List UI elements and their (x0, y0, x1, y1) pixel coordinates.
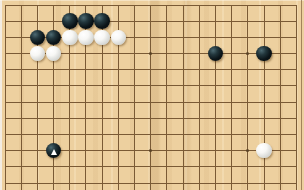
intersection[interactable] (78, 159, 94, 175)
intersection[interactable] (94, 110, 110, 126)
intersection[interactable] (45, 143, 61, 159)
intersection[interactable] (78, 45, 94, 61)
intersection[interactable] (175, 94, 191, 110)
intersection[interactable] (29, 175, 45, 190)
intersection[interactable] (288, 159, 304, 175)
intersection[interactable] (45, 175, 61, 190)
intersection[interactable] (175, 175, 191, 190)
intersection[interactable] (13, 78, 29, 94)
intersection[interactable] (224, 94, 240, 110)
intersection[interactable] (175, 143, 191, 159)
intersection[interactable] (110, 78, 126, 94)
intersection[interactable] (94, 29, 110, 45)
intersection[interactable] (256, 0, 272, 13)
intersection[interactable] (207, 45, 223, 61)
intersection[interactable] (191, 13, 207, 29)
intersection[interactable] (256, 110, 272, 126)
intersection[interactable] (159, 13, 175, 29)
intersection[interactable] (62, 45, 78, 61)
intersection[interactable] (110, 45, 126, 61)
intersection[interactable] (126, 159, 142, 175)
intersection[interactable] (175, 126, 191, 142)
intersection[interactable] (62, 110, 78, 126)
intersection[interactable] (29, 143, 45, 159)
white-stone (111, 30, 127, 46)
intersection[interactable] (207, 62, 223, 78)
intersection[interactable] (159, 126, 175, 142)
intersection[interactable] (191, 45, 207, 61)
intersection[interactable] (288, 143, 304, 159)
intersection[interactable] (175, 62, 191, 78)
intersection[interactable] (272, 0, 288, 13)
intersection[interactable] (191, 0, 207, 13)
intersection[interactable] (240, 94, 256, 110)
intersection[interactable] (126, 126, 142, 142)
intersection[interactable] (272, 143, 288, 159)
intersection[interactable] (240, 29, 256, 45)
intersection[interactable] (29, 78, 45, 94)
intersection[interactable] (13, 13, 29, 29)
intersection[interactable] (288, 29, 304, 45)
intersection[interactable] (272, 94, 288, 110)
intersection[interactable] (207, 78, 223, 94)
intersection[interactable] (143, 13, 159, 29)
intersection[interactable] (272, 175, 288, 190)
intersection[interactable] (224, 126, 240, 142)
board-grid (0, 0, 304, 190)
intersection[interactable] (143, 110, 159, 126)
intersection[interactable] (78, 175, 94, 190)
intersection[interactable] (207, 0, 223, 13)
intersection[interactable] (175, 110, 191, 126)
intersection[interactable] (143, 62, 159, 78)
intersection[interactable] (78, 143, 94, 159)
intersection[interactable] (126, 62, 142, 78)
intersection[interactable] (256, 29, 272, 45)
intersection[interactable] (191, 110, 207, 126)
intersection[interactable] (191, 78, 207, 94)
intersection[interactable] (45, 62, 61, 78)
intersection[interactable] (94, 62, 110, 78)
intersection[interactable] (94, 0, 110, 13)
intersection[interactable] (110, 159, 126, 175)
white-stone (256, 143, 272, 159)
intersection[interactable] (159, 143, 175, 159)
intersection[interactable] (13, 94, 29, 110)
intersection[interactable] (110, 94, 126, 110)
intersection[interactable] (288, 110, 304, 126)
intersection[interactable] (240, 13, 256, 29)
intersection[interactable] (29, 94, 45, 110)
intersection[interactable] (13, 143, 29, 159)
intersection[interactable] (175, 78, 191, 94)
intersection[interactable] (94, 126, 110, 142)
intersection[interactable] (240, 110, 256, 126)
black-stone (256, 46, 272, 62)
intersection[interactable] (240, 143, 256, 159)
intersection[interactable] (191, 143, 207, 159)
intersection[interactable] (175, 45, 191, 61)
intersection[interactable] (29, 126, 45, 142)
intersection[interactable] (175, 0, 191, 13)
intersection[interactable] (143, 143, 159, 159)
intersection[interactable] (45, 29, 61, 45)
intersection[interactable] (78, 0, 94, 13)
intersection[interactable] (110, 29, 126, 45)
black-stone (208, 46, 224, 62)
intersection[interactable] (224, 13, 240, 29)
intersection[interactable] (159, 29, 175, 45)
intersection[interactable] (240, 175, 256, 190)
intersection[interactable] (272, 13, 288, 29)
intersection[interactable] (143, 0, 159, 13)
intersection[interactable] (207, 175, 223, 190)
intersection[interactable] (288, 13, 304, 29)
intersection[interactable] (224, 45, 240, 61)
intersection[interactable] (159, 110, 175, 126)
intersection[interactable] (110, 0, 126, 13)
intersection[interactable] (175, 29, 191, 45)
intersection[interactable] (78, 94, 94, 110)
intersection[interactable] (126, 110, 142, 126)
intersection[interactable] (13, 175, 29, 190)
intersection[interactable] (175, 13, 191, 29)
intersection[interactable] (288, 62, 304, 78)
intersection[interactable] (29, 159, 45, 175)
intersection[interactable] (13, 126, 29, 142)
black-stone (30, 30, 46, 46)
intersection[interactable] (224, 143, 240, 159)
intersection[interactable] (272, 126, 288, 142)
intersection[interactable] (13, 110, 29, 126)
intersection[interactable] (272, 62, 288, 78)
intersection[interactable] (159, 94, 175, 110)
intersection[interactable] (126, 94, 142, 110)
intersection[interactable] (78, 126, 94, 142)
intersection[interactable] (207, 126, 223, 142)
intersection[interactable] (110, 143, 126, 159)
intersection[interactable] (159, 0, 175, 13)
intersection[interactable] (62, 94, 78, 110)
intersection[interactable] (256, 143, 272, 159)
intersection[interactable] (224, 175, 240, 190)
intersection[interactable] (29, 13, 45, 29)
intersection[interactable] (207, 29, 223, 45)
intersection[interactable] (256, 62, 272, 78)
intersection[interactable] (13, 159, 29, 175)
white-stone (30, 46, 46, 62)
intersection[interactable] (272, 159, 288, 175)
intersection[interactable] (288, 78, 304, 94)
intersection[interactable] (143, 29, 159, 45)
intersection[interactable] (224, 29, 240, 45)
intersection[interactable] (13, 62, 29, 78)
board-left-edge-highlight (0, 0, 2, 190)
intersection[interactable] (45, 45, 61, 61)
intersection[interactable] (191, 126, 207, 142)
black-stone (62, 13, 78, 29)
intersection[interactable] (256, 126, 272, 142)
intersection[interactable] (126, 45, 142, 61)
board-right-edge-line (301, 0, 302, 190)
intersection[interactable] (256, 78, 272, 94)
star-point (149, 149, 152, 152)
intersection[interactable] (110, 13, 126, 29)
intersection[interactable] (29, 62, 45, 78)
intersection[interactable] (29, 110, 45, 126)
intersection[interactable] (13, 45, 29, 61)
intersection[interactable] (94, 175, 110, 190)
white-stone (94, 30, 110, 46)
white-stone (62, 30, 78, 46)
intersection[interactable] (159, 62, 175, 78)
intersection[interactable] (126, 175, 142, 190)
intersection[interactable] (224, 159, 240, 175)
intersection[interactable] (45, 78, 61, 94)
intersection[interactable] (159, 45, 175, 61)
last-move-triangle-marker (51, 149, 57, 155)
black-stone (46, 30, 62, 46)
intersection[interactable] (272, 110, 288, 126)
intersection[interactable] (62, 62, 78, 78)
intersection[interactable] (224, 110, 240, 126)
intersection[interactable] (288, 175, 304, 190)
intersection[interactable] (62, 78, 78, 94)
intersection[interactable] (13, 0, 29, 13)
white-stone (78, 30, 94, 46)
intersection[interactable] (62, 126, 78, 142)
intersection[interactable] (143, 175, 159, 190)
intersection[interactable] (110, 175, 126, 190)
intersection[interactable] (143, 94, 159, 110)
black-stone (94, 13, 110, 29)
intersection[interactable] (159, 78, 175, 94)
intersection[interactable] (126, 29, 142, 45)
intersection[interactable] (78, 62, 94, 78)
intersection[interactable] (126, 0, 142, 13)
intersection[interactable] (78, 13, 94, 29)
intersection[interactable] (62, 175, 78, 190)
intersection[interactable] (126, 78, 142, 94)
intersection[interactable] (191, 29, 207, 45)
intersection[interactable] (240, 159, 256, 175)
intersection[interactable] (62, 29, 78, 45)
star-point (246, 52, 249, 55)
intersection[interactable] (29, 45, 45, 61)
intersection[interactable] (94, 13, 110, 29)
intersection[interactable] (45, 126, 61, 142)
intersection[interactable] (45, 159, 61, 175)
white-stone (46, 46, 62, 62)
go-board (0, 0, 304, 190)
intersection[interactable] (224, 62, 240, 78)
intersection[interactable] (110, 110, 126, 126)
intersection[interactable] (126, 143, 142, 159)
intersection[interactable] (191, 159, 207, 175)
intersection[interactable] (110, 126, 126, 142)
intersection[interactable] (240, 78, 256, 94)
intersection[interactable] (78, 110, 94, 126)
intersection[interactable] (159, 175, 175, 190)
intersection[interactable] (207, 159, 223, 175)
intersection[interactable] (240, 0, 256, 13)
intersection[interactable] (126, 13, 142, 29)
intersection[interactable] (207, 13, 223, 29)
intersection[interactable] (13, 29, 29, 45)
intersection[interactable] (272, 45, 288, 61)
board-top-edge-highlight (0, 0, 304, 1)
intersection[interactable] (272, 78, 288, 94)
intersection[interactable] (94, 94, 110, 110)
intersection[interactable] (207, 110, 223, 126)
intersection[interactable] (256, 45, 272, 61)
intersection[interactable] (256, 159, 272, 175)
black-stone (46, 143, 62, 159)
intersection[interactable] (288, 94, 304, 110)
intersection[interactable] (45, 110, 61, 126)
intersection[interactable] (159, 159, 175, 175)
intersection[interactable] (94, 78, 110, 94)
intersection[interactable] (143, 78, 159, 94)
intersection[interactable] (224, 0, 240, 13)
star-point (149, 52, 152, 55)
intersection[interactable] (110, 62, 126, 78)
intersection[interactable] (143, 126, 159, 142)
intersection[interactable] (94, 45, 110, 61)
intersection[interactable] (29, 29, 45, 45)
intersection[interactable] (143, 45, 159, 61)
intersection[interactable] (62, 159, 78, 175)
intersection[interactable] (256, 13, 272, 29)
intersection[interactable] (175, 159, 191, 175)
intersection[interactable] (143, 159, 159, 175)
intersection[interactable] (272, 29, 288, 45)
intersection[interactable] (62, 13, 78, 29)
intersection[interactable] (191, 94, 207, 110)
intersection[interactable] (29, 0, 45, 13)
intersection[interactable] (45, 13, 61, 29)
star-point (246, 149, 249, 152)
intersection[interactable] (256, 94, 272, 110)
intersection[interactable] (62, 0, 78, 13)
intersection[interactable] (45, 94, 61, 110)
intersection[interactable] (224, 78, 240, 94)
intersection[interactable] (288, 126, 304, 142)
intersection[interactable] (256, 175, 272, 190)
intersection[interactable] (288, 45, 304, 61)
intersection[interactable] (62, 143, 78, 159)
intersection[interactable] (191, 62, 207, 78)
intersection[interactable] (207, 94, 223, 110)
black-stone (78, 13, 94, 29)
intersection[interactable] (191, 175, 207, 190)
intersection[interactable] (288, 0, 304, 13)
intersection[interactable] (240, 45, 256, 61)
intersection[interactable] (94, 159, 110, 175)
intersection[interactable] (78, 29, 94, 45)
intersection[interactable] (45, 0, 61, 13)
intersection[interactable] (94, 143, 110, 159)
intersection[interactable] (240, 62, 256, 78)
intersection[interactable] (240, 126, 256, 142)
intersection[interactable] (78, 78, 94, 94)
intersection[interactable] (207, 143, 223, 159)
